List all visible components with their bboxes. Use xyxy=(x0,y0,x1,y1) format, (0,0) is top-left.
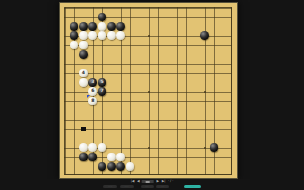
intersection[interactable] xyxy=(172,40,181,49)
intersection[interactable] xyxy=(191,96,200,105)
intersection[interactable] xyxy=(116,59,125,68)
intersection[interactable] xyxy=(97,124,106,133)
intersection[interactable] xyxy=(144,40,153,49)
intersection[interactable] xyxy=(97,134,106,143)
intersection[interactable] xyxy=(60,87,69,96)
intersection[interactable] xyxy=(107,78,116,87)
intersection[interactable] xyxy=(191,124,200,133)
intersection[interactable] xyxy=(163,134,172,143)
intersection[interactable] xyxy=(97,96,106,105)
intersection[interactable] xyxy=(116,78,125,87)
intersection[interactable] xyxy=(172,31,181,40)
intersection[interactable] xyxy=(153,152,162,161)
intersection[interactable] xyxy=(60,162,69,171)
intersection[interactable] xyxy=(163,96,172,105)
intersection[interactable] xyxy=(97,115,106,124)
intersection[interactable] xyxy=(191,87,200,96)
intersection[interactable] xyxy=(163,162,172,171)
intersection[interactable] xyxy=(172,3,181,12)
intersection[interactable] xyxy=(181,12,190,21)
intersection[interactable] xyxy=(135,134,144,143)
intersection[interactable] xyxy=(144,31,153,40)
intersection[interactable] xyxy=(60,3,69,12)
intersection[interactable] xyxy=(153,106,162,115)
intersection[interactable] xyxy=(219,124,228,133)
intersection[interactable] xyxy=(79,50,88,59)
intersection[interactable] xyxy=(79,3,88,12)
intersection[interactable] xyxy=(135,162,144,171)
intersection[interactable] xyxy=(228,152,237,161)
intersection[interactable] xyxy=(219,40,228,49)
intersection[interactable] xyxy=(181,40,190,49)
intersection[interactable] xyxy=(219,22,228,31)
intersection[interactable] xyxy=(125,31,134,40)
intersection[interactable] xyxy=(116,106,125,115)
go-board-grid[interactable]: 435678 xyxy=(60,3,237,180)
intersection[interactable] xyxy=(191,106,200,115)
intersection[interactable] xyxy=(228,115,237,124)
intersection[interactable] xyxy=(125,124,134,133)
intersection[interactable] xyxy=(107,134,116,143)
intersection[interactable] xyxy=(144,12,153,21)
intersection[interactable] xyxy=(163,78,172,87)
intersection[interactable] xyxy=(200,143,209,152)
intersection[interactable] xyxy=(135,96,144,105)
intersection[interactable] xyxy=(172,124,181,133)
intersection[interactable] xyxy=(228,143,237,152)
intersection[interactable] xyxy=(116,162,125,171)
intersection[interactable] xyxy=(125,78,134,87)
intersection[interactable] xyxy=(163,143,172,152)
intersection[interactable] xyxy=(79,59,88,68)
intersection[interactable] xyxy=(219,31,228,40)
intersection[interactable] xyxy=(69,87,78,96)
action-button-3[interactable]: ···· xyxy=(141,185,154,189)
intersection[interactable] xyxy=(107,87,116,96)
intersection[interactable] xyxy=(144,50,153,59)
intersection[interactable] xyxy=(153,59,162,68)
intersection[interactable] xyxy=(181,143,190,152)
intersection[interactable] xyxy=(107,12,116,21)
intersection[interactable] xyxy=(88,68,97,77)
action-button-4[interactable]: ···· xyxy=(156,185,169,189)
intersection[interactable] xyxy=(144,78,153,87)
intersection[interactable] xyxy=(60,68,69,77)
intersection[interactable] xyxy=(153,31,162,40)
intersection[interactable] xyxy=(135,106,144,115)
intersection[interactable] xyxy=(172,78,181,87)
intersection[interactable] xyxy=(60,124,69,133)
intersection[interactable] xyxy=(181,3,190,12)
intersection[interactable] xyxy=(116,115,125,124)
intersection[interactable] xyxy=(60,12,69,21)
intersection[interactable] xyxy=(228,12,237,21)
intersection[interactable] xyxy=(107,143,116,152)
intersection[interactable] xyxy=(107,50,116,59)
intersection[interactable] xyxy=(144,22,153,31)
intersection[interactable] xyxy=(144,143,153,152)
intersection[interactable] xyxy=(107,162,116,171)
intersection[interactable] xyxy=(125,3,134,12)
intersection[interactable] xyxy=(163,50,172,59)
intersection[interactable] xyxy=(69,115,78,124)
intersection[interactable] xyxy=(172,106,181,115)
intersection[interactable] xyxy=(125,162,134,171)
intersection[interactable] xyxy=(69,96,78,105)
intersection[interactable] xyxy=(116,152,125,161)
intersection[interactable] xyxy=(97,162,106,171)
intersection[interactable] xyxy=(60,143,69,152)
intersection[interactable] xyxy=(69,12,78,21)
intersection[interactable] xyxy=(219,78,228,87)
intersection[interactable] xyxy=(79,143,88,152)
intersection[interactable] xyxy=(135,50,144,59)
intersection[interactable] xyxy=(228,78,237,87)
intersection[interactable] xyxy=(172,152,181,161)
intersection[interactable]: 5 xyxy=(97,78,106,87)
intersection[interactable] xyxy=(153,143,162,152)
intersection[interactable] xyxy=(107,22,116,31)
intersection[interactable] xyxy=(163,22,172,31)
nav-prev-button[interactable]: ◀ xyxy=(137,180,140,183)
intersection[interactable] xyxy=(107,31,116,40)
move-slider[interactable] xyxy=(142,180,154,183)
intersection[interactable] xyxy=(200,124,209,133)
intersection[interactable] xyxy=(163,106,172,115)
intersection[interactable] xyxy=(209,3,218,12)
intersection[interactable] xyxy=(79,134,88,143)
intersection[interactable] xyxy=(228,22,237,31)
intersection[interactable] xyxy=(135,31,144,40)
intersection[interactable] xyxy=(88,59,97,68)
intersection[interactable] xyxy=(172,59,181,68)
intersection[interactable] xyxy=(97,22,106,31)
intersection[interactable] xyxy=(107,106,116,115)
intersection[interactable] xyxy=(163,12,172,21)
intersection[interactable] xyxy=(200,106,209,115)
intersection[interactable] xyxy=(116,87,125,96)
intersection[interactable] xyxy=(135,87,144,96)
intersection[interactable] xyxy=(135,59,144,68)
intersection[interactable] xyxy=(88,40,97,49)
intersection[interactable] xyxy=(228,40,237,49)
intersection[interactable] xyxy=(209,115,218,124)
intersection[interactable] xyxy=(60,22,69,31)
intersection[interactable] xyxy=(209,134,218,143)
intersection[interactable] xyxy=(181,22,190,31)
intersection[interactable] xyxy=(125,106,134,115)
intersection[interactable] xyxy=(107,115,116,124)
intersection[interactable] xyxy=(88,134,97,143)
intersection[interactable] xyxy=(200,68,209,77)
intersection[interactable] xyxy=(60,152,69,161)
intersection[interactable] xyxy=(191,143,200,152)
intersection[interactable] xyxy=(191,78,200,87)
intersection[interactable] xyxy=(172,12,181,21)
intersection[interactable] xyxy=(144,152,153,161)
nav-first-button[interactable]: |◀ xyxy=(131,180,135,183)
intersection[interactable] xyxy=(125,50,134,59)
intersection[interactable] xyxy=(69,124,78,133)
intersection[interactable] xyxy=(125,152,134,161)
intersection[interactable] xyxy=(144,96,153,105)
intersection[interactable] xyxy=(153,40,162,49)
intersection[interactable] xyxy=(79,124,88,133)
intersection[interactable] xyxy=(181,124,190,133)
intersection[interactable] xyxy=(116,40,125,49)
intersection[interactable] xyxy=(97,152,106,161)
intersection[interactable] xyxy=(209,162,218,171)
intersection[interactable] xyxy=(69,162,78,171)
intersection[interactable] xyxy=(200,115,209,124)
intersection[interactable] xyxy=(219,3,228,12)
intersection[interactable] xyxy=(144,59,153,68)
intersection[interactable] xyxy=(228,87,237,96)
intersection[interactable] xyxy=(219,59,228,68)
intersection[interactable] xyxy=(228,124,237,133)
intersection[interactable] xyxy=(116,124,125,133)
intersection[interactable] xyxy=(228,59,237,68)
intersection[interactable] xyxy=(125,87,134,96)
intersection[interactable] xyxy=(163,59,172,68)
intersection[interactable] xyxy=(125,143,134,152)
intersection[interactable] xyxy=(107,96,116,105)
action-button-1[interactable]: ····· xyxy=(103,185,117,189)
intersection[interactable] xyxy=(200,3,209,12)
intersection[interactable] xyxy=(163,40,172,49)
intersection[interactable]: 7 xyxy=(97,87,106,96)
intersection[interactable] xyxy=(135,12,144,21)
intersection[interactable] xyxy=(181,115,190,124)
intersection[interactable] xyxy=(219,162,228,171)
intersection[interactable] xyxy=(181,78,190,87)
intersection[interactable] xyxy=(228,68,237,77)
intersection[interactable] xyxy=(97,40,106,49)
intersection[interactable] xyxy=(181,134,190,143)
intersection[interactable] xyxy=(191,59,200,68)
intersection[interactable] xyxy=(172,22,181,31)
intersection[interactable] xyxy=(144,3,153,12)
intersection[interactable] xyxy=(209,143,218,152)
intersection[interactable]: 4 xyxy=(79,68,88,77)
intersection[interactable] xyxy=(209,106,218,115)
intersection[interactable] xyxy=(181,59,190,68)
intersection[interactable] xyxy=(144,68,153,77)
intersection[interactable] xyxy=(219,87,228,96)
intersection[interactable] xyxy=(181,68,190,77)
intersection[interactable] xyxy=(144,134,153,143)
intersection[interactable] xyxy=(88,31,97,40)
intersection[interactable] xyxy=(172,143,181,152)
intersection[interactable] xyxy=(107,68,116,77)
intersection[interactable] xyxy=(219,96,228,105)
intersection[interactable] xyxy=(125,68,134,77)
intersection[interactable] xyxy=(200,96,209,105)
intersection[interactable] xyxy=(125,40,134,49)
intersection[interactable] xyxy=(209,22,218,31)
intersection[interactable] xyxy=(79,31,88,40)
intersection[interactable] xyxy=(191,31,200,40)
intersection[interactable] xyxy=(200,87,209,96)
intersection[interactable] xyxy=(97,143,106,152)
intersection[interactable] xyxy=(116,22,125,31)
intersection[interactable] xyxy=(69,3,78,12)
intersection[interactable] xyxy=(163,68,172,77)
intersection[interactable] xyxy=(97,59,106,68)
intersection[interactable] xyxy=(191,152,200,161)
intersection[interactable] xyxy=(60,40,69,49)
intersection[interactable] xyxy=(209,124,218,133)
intersection[interactable] xyxy=(116,3,125,12)
intersection[interactable] xyxy=(219,12,228,21)
intersection[interactable] xyxy=(181,162,190,171)
intersection[interactable] xyxy=(97,106,106,115)
intersection[interactable] xyxy=(97,50,106,59)
intersection[interactable] xyxy=(219,152,228,161)
intersection[interactable] xyxy=(79,152,88,161)
intersection[interactable] xyxy=(135,124,144,133)
intersection[interactable] xyxy=(163,87,172,96)
intersection[interactable] xyxy=(200,162,209,171)
intersection[interactable] xyxy=(219,115,228,124)
intersection[interactable] xyxy=(135,78,144,87)
intersection[interactable] xyxy=(116,31,125,40)
intersection[interactable] xyxy=(116,143,125,152)
intersection[interactable] xyxy=(200,152,209,161)
intersection[interactable] xyxy=(191,68,200,77)
intersection[interactable] xyxy=(181,87,190,96)
intersection[interactable] xyxy=(219,50,228,59)
intersection[interactable] xyxy=(191,22,200,31)
intersection[interactable] xyxy=(69,50,78,59)
intersection[interactable] xyxy=(79,22,88,31)
intersection[interactable] xyxy=(135,143,144,152)
intersection[interactable] xyxy=(88,22,97,31)
intersection[interactable] xyxy=(135,68,144,77)
intersection[interactable] xyxy=(191,134,200,143)
intersection[interactable] xyxy=(153,96,162,105)
intersection[interactable] xyxy=(125,134,134,143)
intersection[interactable] xyxy=(125,12,134,21)
intersection[interactable] xyxy=(97,31,106,40)
intersection[interactable] xyxy=(181,96,190,105)
intersection[interactable] xyxy=(172,162,181,171)
intersection[interactable] xyxy=(135,115,144,124)
intersection[interactable] xyxy=(116,134,125,143)
intersection[interactable] xyxy=(200,31,209,40)
intersection[interactable] xyxy=(125,115,134,124)
intersection[interactable] xyxy=(200,12,209,21)
intersection[interactable] xyxy=(163,152,172,161)
intersection[interactable] xyxy=(88,3,97,12)
intersection[interactable] xyxy=(69,106,78,115)
intersection[interactable] xyxy=(209,50,218,59)
intersection[interactable] xyxy=(60,134,69,143)
intersection[interactable] xyxy=(69,31,78,40)
intersection[interactable] xyxy=(228,96,237,105)
intersection[interactable] xyxy=(219,143,228,152)
intersection[interactable] xyxy=(79,162,88,171)
intersection[interactable] xyxy=(219,134,228,143)
intersection[interactable] xyxy=(97,68,106,77)
nav-next-button[interactable]: ▶ xyxy=(157,180,160,183)
intersection[interactable] xyxy=(97,12,106,21)
intersection[interactable] xyxy=(153,124,162,133)
intersection[interactable] xyxy=(153,115,162,124)
intersection[interactable] xyxy=(88,124,97,133)
intersection[interactable] xyxy=(97,3,106,12)
intersection[interactable] xyxy=(228,134,237,143)
intersection[interactable] xyxy=(60,31,69,40)
intersection[interactable] xyxy=(144,162,153,171)
intersection[interactable] xyxy=(116,68,125,77)
intersection[interactable] xyxy=(209,68,218,77)
intersection[interactable] xyxy=(181,50,190,59)
intersection[interactable] xyxy=(153,12,162,21)
intersection[interactable] xyxy=(88,115,97,124)
intersection[interactable] xyxy=(144,106,153,115)
intersection[interactable] xyxy=(219,106,228,115)
intersection[interactable] xyxy=(125,22,134,31)
intersection[interactable] xyxy=(144,124,153,133)
intersection[interactable] xyxy=(107,152,116,161)
intersection[interactable] xyxy=(200,78,209,87)
intersection[interactable] xyxy=(69,143,78,152)
intersection[interactable] xyxy=(172,115,181,124)
intersection[interactable] xyxy=(153,3,162,12)
intersection[interactable] xyxy=(209,31,218,40)
intersection[interactable] xyxy=(69,134,78,143)
intersection[interactable] xyxy=(228,3,237,12)
intersection[interactable] xyxy=(125,59,134,68)
intersection[interactable] xyxy=(69,152,78,161)
intersection[interactable] xyxy=(163,115,172,124)
intersection[interactable] xyxy=(135,40,144,49)
intersection[interactable] xyxy=(200,59,209,68)
intersection[interactable] xyxy=(107,59,116,68)
go-board[interactable]: 435678 xyxy=(59,2,238,179)
intersection[interactable] xyxy=(153,68,162,77)
intersection[interactable] xyxy=(79,12,88,21)
intersection[interactable] xyxy=(116,12,125,21)
intersection[interactable] xyxy=(200,22,209,31)
intersection[interactable] xyxy=(69,68,78,77)
intersection[interactable] xyxy=(153,50,162,59)
intersection[interactable] xyxy=(60,78,69,87)
intersection[interactable] xyxy=(181,106,190,115)
intersection[interactable] xyxy=(60,106,69,115)
intersection[interactable]: 3 xyxy=(88,78,97,87)
intersection[interactable] xyxy=(228,31,237,40)
intersection[interactable] xyxy=(125,96,134,105)
intersection[interactable] xyxy=(116,96,125,105)
intersection[interactable] xyxy=(144,115,153,124)
intersection[interactable] xyxy=(153,134,162,143)
intersection[interactable] xyxy=(163,31,172,40)
intersection[interactable] xyxy=(88,106,97,115)
intersection[interactable]: 8 xyxy=(88,96,97,105)
intersection[interactable] xyxy=(181,152,190,161)
intersection[interactable] xyxy=(135,22,144,31)
intersection[interactable] xyxy=(172,50,181,59)
intersection[interactable] xyxy=(88,152,97,161)
intersection[interactable] xyxy=(153,162,162,171)
intersection[interactable] xyxy=(172,87,181,96)
action-button-2[interactable]: ····· xyxy=(120,185,134,189)
intersection[interactable] xyxy=(107,40,116,49)
intersection[interactable] xyxy=(219,68,228,77)
intersection[interactable] xyxy=(209,87,218,96)
